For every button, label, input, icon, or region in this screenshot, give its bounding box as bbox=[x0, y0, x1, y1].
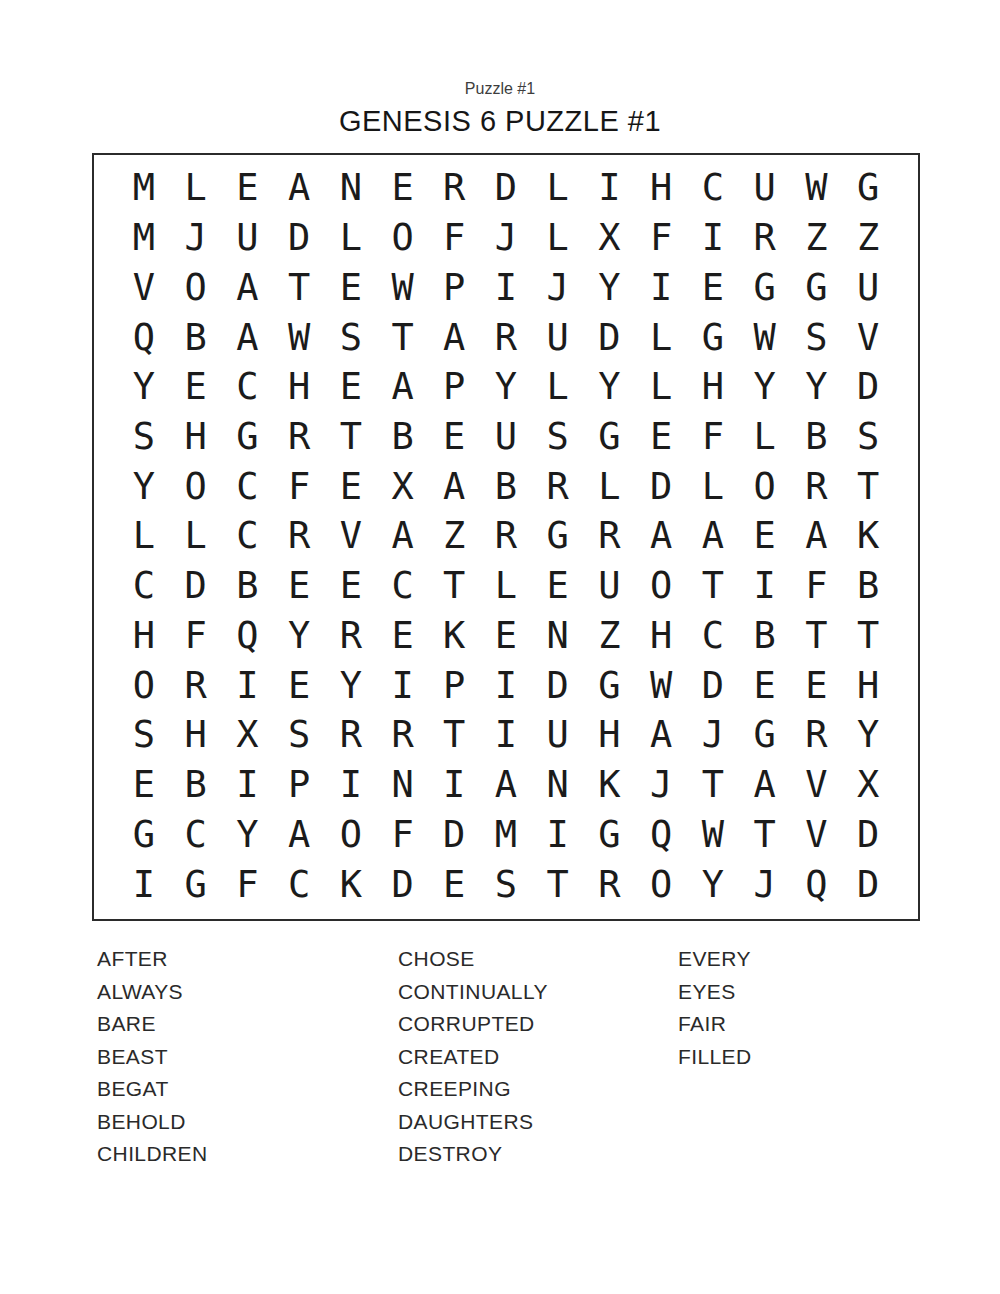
grid-cell: E bbox=[377, 611, 429, 661]
grid-cell: L bbox=[739, 412, 791, 462]
grid-cell: A bbox=[480, 760, 532, 810]
word-list-item: CORRUPTED bbox=[398, 1008, 678, 1041]
page-title: GENESIS 6 PUZZLE #1 bbox=[0, 105, 1000, 138]
grid-cell: K bbox=[428, 611, 480, 661]
grid-cell: R bbox=[791, 710, 843, 760]
grid-cell: V bbox=[791, 810, 843, 860]
grid-cell: Q bbox=[635, 810, 687, 860]
grid-cell: R bbox=[739, 213, 791, 263]
grid-cell: I bbox=[221, 660, 273, 710]
grid-cell: B bbox=[842, 561, 894, 611]
grid-cell: E bbox=[325, 561, 377, 611]
grid-cell: Y bbox=[273, 611, 325, 661]
grid-cell: Y bbox=[791, 362, 843, 412]
grid-cell: G bbox=[584, 660, 636, 710]
grid-cell: W bbox=[687, 810, 739, 860]
grid-cell: I bbox=[480, 710, 532, 760]
grid-cell: X bbox=[842, 760, 894, 810]
grid-cell: I bbox=[532, 810, 584, 860]
grid-cell: S bbox=[480, 859, 532, 909]
grid-cell: I bbox=[584, 163, 636, 213]
grid-cell: E bbox=[791, 660, 843, 710]
grid-cell: N bbox=[377, 760, 429, 810]
word-list-item: EVERY bbox=[678, 943, 752, 976]
grid-cell: W bbox=[791, 163, 843, 213]
grid-cell: I bbox=[377, 660, 429, 710]
grid-cell: O bbox=[635, 859, 687, 909]
grid-cell: L bbox=[532, 213, 584, 263]
grid-cell: C bbox=[273, 859, 325, 909]
grid-cell: C bbox=[687, 163, 739, 213]
grid-cell: N bbox=[325, 163, 377, 213]
grid-cell: D bbox=[635, 461, 687, 511]
grid-cell: L bbox=[325, 213, 377, 263]
grid-cell: R bbox=[480, 312, 532, 362]
grid-cell: R bbox=[377, 710, 429, 760]
grid-cell: T bbox=[687, 561, 739, 611]
grid-cell: Y bbox=[480, 362, 532, 412]
grid-cell: H bbox=[170, 710, 222, 760]
grid-cell: B bbox=[170, 312, 222, 362]
grid-cell: C bbox=[221, 362, 273, 412]
grid-cell: C bbox=[377, 561, 429, 611]
grid-cell: I bbox=[480, 660, 532, 710]
word-list-item: FAIR bbox=[678, 1008, 752, 1041]
grid-cell: B bbox=[480, 461, 532, 511]
grid-cell: G bbox=[170, 859, 222, 909]
grid-cell: U bbox=[532, 710, 584, 760]
grid-cell: R bbox=[584, 859, 636, 909]
grid-cell: R bbox=[791, 461, 843, 511]
grid-cell: F bbox=[273, 461, 325, 511]
grid-cell: O bbox=[739, 461, 791, 511]
grid-cell: M bbox=[118, 213, 170, 263]
grid-cell: X bbox=[377, 461, 429, 511]
grid-cell: Y bbox=[221, 810, 273, 860]
grid-cell: K bbox=[584, 760, 636, 810]
grid-cell: L bbox=[532, 362, 584, 412]
grid-cell: T bbox=[532, 859, 584, 909]
grid-cell: W bbox=[635, 660, 687, 710]
word-list-item: CHILDREN bbox=[97, 1138, 398, 1171]
grid-cell: A bbox=[428, 461, 480, 511]
grid-cell: N bbox=[532, 611, 584, 661]
grid-cell: R bbox=[428, 163, 480, 213]
grid-cell: G bbox=[687, 312, 739, 362]
grid-cell: B bbox=[377, 412, 429, 462]
grid-cell: U bbox=[532, 312, 584, 362]
grid-cell: P bbox=[428, 362, 480, 412]
grid-cell: E bbox=[377, 163, 429, 213]
grid-cell: O bbox=[635, 561, 687, 611]
grid-cell: P bbox=[428, 660, 480, 710]
grid-cell: Y bbox=[687, 859, 739, 909]
grid-cell: M bbox=[118, 163, 170, 213]
grid-cell: Q bbox=[118, 312, 170, 362]
grid-cell: E bbox=[325, 362, 377, 412]
grid-cell: B bbox=[739, 611, 791, 661]
grid-cell: A bbox=[687, 511, 739, 561]
grid-cell: R bbox=[584, 511, 636, 561]
word-list: AFTERALWAYSBAREBEASTBEGATBEHOLDCHILDRENC… bbox=[97, 943, 1000, 1171]
word-list-item: CONTINUALLY bbox=[398, 976, 678, 1009]
grid-cell: O bbox=[377, 213, 429, 263]
grid-cell: H bbox=[273, 362, 325, 412]
grid-cell: A bbox=[635, 710, 687, 760]
grid-cell: D bbox=[842, 859, 894, 909]
word-list-item: EYES bbox=[678, 976, 752, 1009]
grid-cell: O bbox=[325, 810, 377, 860]
grid-cell: T bbox=[687, 760, 739, 810]
grid-cell: G bbox=[842, 163, 894, 213]
grid-cell: Y bbox=[118, 461, 170, 511]
grid-cell: E bbox=[428, 412, 480, 462]
grid-cell: T bbox=[377, 312, 429, 362]
grid-cell: L bbox=[480, 561, 532, 611]
grid-cell: Q bbox=[221, 611, 273, 661]
grid-cell: R bbox=[480, 511, 532, 561]
grid-cell: P bbox=[428, 262, 480, 312]
grid-cell: D bbox=[170, 561, 222, 611]
grid-cell: L bbox=[170, 163, 222, 213]
grid-cell: F bbox=[687, 412, 739, 462]
grid-cell: B bbox=[221, 561, 273, 611]
grid-cell: H bbox=[635, 163, 687, 213]
grid-cell: I bbox=[118, 859, 170, 909]
grid-cell: I bbox=[480, 262, 532, 312]
grid-cell: Y bbox=[325, 660, 377, 710]
grid-cell: Y bbox=[739, 362, 791, 412]
grid-cell: H bbox=[842, 660, 894, 710]
grid-cell: B bbox=[791, 412, 843, 462]
grid-cell: N bbox=[532, 760, 584, 810]
grid-cell: A bbox=[273, 163, 325, 213]
grid-cell: J bbox=[635, 760, 687, 810]
grid-cell: G bbox=[221, 412, 273, 462]
grid-cell: T bbox=[428, 561, 480, 611]
grid-cell: J bbox=[170, 213, 222, 263]
grid-cell: Z bbox=[842, 213, 894, 263]
grid-cell: D bbox=[428, 810, 480, 860]
word-list-item: CHOSE bbox=[398, 943, 678, 976]
puzzle-page: Puzzle #1 GENESIS 6 PUZZLE #1 MLEANERDLI… bbox=[0, 0, 1000, 1171]
grid-cell: D bbox=[687, 660, 739, 710]
grid-cell: Y bbox=[584, 262, 636, 312]
grid-cell: M bbox=[480, 810, 532, 860]
grid-cell: D bbox=[377, 859, 429, 909]
word-list-item: FILLED bbox=[678, 1041, 752, 1074]
grid-cell: X bbox=[584, 213, 636, 263]
grid-cell: C bbox=[221, 511, 273, 561]
grid-cell: L bbox=[170, 511, 222, 561]
grid-cell: T bbox=[325, 412, 377, 462]
grid-cell: E bbox=[739, 660, 791, 710]
grid-cell: I bbox=[635, 262, 687, 312]
word-list-item: BEGAT bbox=[97, 1073, 398, 1106]
grid-cell: A bbox=[377, 362, 429, 412]
grid-cell: H bbox=[687, 362, 739, 412]
grid-cell: E bbox=[687, 262, 739, 312]
grid-cell: A bbox=[428, 312, 480, 362]
grid-cell: Y bbox=[584, 362, 636, 412]
grid-cell: Y bbox=[118, 362, 170, 412]
grid-cell: K bbox=[325, 859, 377, 909]
word-list-item: DAUGHTERS bbox=[398, 1106, 678, 1139]
grid-cell: D bbox=[480, 163, 532, 213]
grid-cell: L bbox=[635, 362, 687, 412]
grid-cell: U bbox=[842, 262, 894, 312]
grid-cell: C bbox=[170, 810, 222, 860]
grid-cell: A bbox=[273, 810, 325, 860]
grid-cell: P bbox=[273, 760, 325, 810]
grid-cell: A bbox=[377, 511, 429, 561]
grid-cell: U bbox=[221, 213, 273, 263]
grid-cell: S bbox=[842, 412, 894, 462]
grid-cell: I bbox=[739, 561, 791, 611]
grid-cell: D bbox=[842, 810, 894, 860]
grid-cell: H bbox=[170, 412, 222, 462]
grid-cell: F bbox=[170, 611, 222, 661]
grid-cell: Z bbox=[791, 213, 843, 263]
grid-cell: A bbox=[791, 511, 843, 561]
grid-cell: S bbox=[118, 710, 170, 760]
grid-cell: D bbox=[532, 660, 584, 710]
grid-cell: E bbox=[273, 561, 325, 611]
grid-cell: T bbox=[791, 611, 843, 661]
grid-cell: R bbox=[325, 611, 377, 661]
grid-cell: L bbox=[687, 461, 739, 511]
grid-cell: A bbox=[635, 511, 687, 561]
grid-cell: C bbox=[118, 561, 170, 611]
grid-cell: J bbox=[739, 859, 791, 909]
grid-cell: B bbox=[170, 760, 222, 810]
grid-cell: W bbox=[377, 262, 429, 312]
word-list-item: BARE bbox=[97, 1008, 398, 1041]
word-list-item: BEHOLD bbox=[97, 1106, 398, 1139]
grid-cell: J bbox=[532, 262, 584, 312]
grid-cell: S bbox=[532, 412, 584, 462]
grid-cell: F bbox=[791, 561, 843, 611]
grid-cell: E bbox=[635, 412, 687, 462]
grid-cell: G bbox=[739, 710, 791, 760]
grid-cell: H bbox=[584, 710, 636, 760]
word-list-column: EVERYEYESFAIRFILLED bbox=[678, 943, 752, 1171]
grid-cell: A bbox=[739, 760, 791, 810]
grid-cell: W bbox=[273, 312, 325, 362]
grid-cell: E bbox=[118, 760, 170, 810]
grid-cell: S bbox=[118, 412, 170, 462]
grid-cell: I bbox=[221, 760, 273, 810]
grid-cell: G bbox=[584, 412, 636, 462]
grid-cell: L bbox=[584, 461, 636, 511]
grid-cell: G bbox=[118, 810, 170, 860]
grid-cell: L bbox=[532, 163, 584, 213]
grid-cell: L bbox=[118, 511, 170, 561]
grid-cell: R bbox=[273, 511, 325, 561]
grid-cell: E bbox=[480, 611, 532, 661]
grid-cell: A bbox=[221, 312, 273, 362]
grid-cell: S bbox=[273, 710, 325, 760]
grid-cell: R bbox=[170, 660, 222, 710]
grid-cell: T bbox=[842, 461, 894, 511]
grid-cell: W bbox=[739, 312, 791, 362]
grid-cell: O bbox=[118, 660, 170, 710]
grid-cell: Z bbox=[428, 511, 480, 561]
grid-cell: G bbox=[739, 262, 791, 312]
grid-cell: E bbox=[532, 561, 584, 611]
grid-cell: E bbox=[221, 163, 273, 213]
grid-cell: G bbox=[532, 511, 584, 561]
word-search-grid: MLEANERDLIHCUWGMJUDLOFJLXFIRZZVOATEWPIJY… bbox=[92, 153, 920, 921]
word-list-item: ALWAYS bbox=[97, 976, 398, 1009]
grid-cell: L bbox=[635, 312, 687, 362]
grid-cell: D bbox=[273, 213, 325, 263]
grid-cell: R bbox=[532, 461, 584, 511]
grid-cell: Q bbox=[791, 859, 843, 909]
grid-cell: A bbox=[221, 262, 273, 312]
grid-cell: E bbox=[325, 461, 377, 511]
grid-cell: D bbox=[584, 312, 636, 362]
puzzle-number-label: Puzzle #1 bbox=[0, 0, 1000, 98]
grid-cell: C bbox=[687, 611, 739, 661]
grid-cell: J bbox=[687, 710, 739, 760]
grid-cell: F bbox=[221, 859, 273, 909]
grid-cell: K bbox=[842, 511, 894, 561]
grid-cell: H bbox=[118, 611, 170, 661]
grid-cell: O bbox=[170, 461, 222, 511]
grid-cell: Z bbox=[584, 611, 636, 661]
word-list-item: CREEPING bbox=[398, 1073, 678, 1106]
grid-cell: C bbox=[221, 461, 273, 511]
grid-cell: V bbox=[325, 511, 377, 561]
grid-cell: I bbox=[428, 760, 480, 810]
grid-cell: O bbox=[170, 262, 222, 312]
grid-cell: T bbox=[428, 710, 480, 760]
grid-cell: S bbox=[325, 312, 377, 362]
word-list-column: AFTERALWAYSBAREBEASTBEGATBEHOLDCHILDREN bbox=[97, 943, 398, 1171]
grid-cell: V bbox=[842, 312, 894, 362]
grid-cell: T bbox=[739, 810, 791, 860]
grid-cell: R bbox=[325, 710, 377, 760]
grid-cell: U bbox=[739, 163, 791, 213]
grid-cell: S bbox=[791, 312, 843, 362]
grid-cell: U bbox=[480, 412, 532, 462]
grid-cell: J bbox=[480, 213, 532, 263]
grid-cell: V bbox=[118, 262, 170, 312]
grid-cell: E bbox=[273, 660, 325, 710]
grid-cell: R bbox=[273, 412, 325, 462]
grid-cell: E bbox=[170, 362, 222, 412]
word-list-item: BEAST bbox=[97, 1041, 398, 1074]
grid-cell: D bbox=[842, 362, 894, 412]
grid-cell: I bbox=[687, 213, 739, 263]
grid-cell: V bbox=[791, 760, 843, 810]
grid-cell: E bbox=[739, 511, 791, 561]
grid-cell: E bbox=[428, 859, 480, 909]
grid-cell: F bbox=[377, 810, 429, 860]
grid-cell: G bbox=[791, 262, 843, 312]
grid-cell: T bbox=[273, 262, 325, 312]
grid-cell: I bbox=[325, 760, 377, 810]
grid-cell: G bbox=[584, 810, 636, 860]
grid-cell: U bbox=[584, 561, 636, 611]
grid-cell: T bbox=[842, 611, 894, 661]
grid-cell: X bbox=[221, 710, 273, 760]
grid-cell: Y bbox=[842, 710, 894, 760]
word-list-item: CREATED bbox=[398, 1041, 678, 1074]
word-list-column: CHOSECONTINUALLYCORRUPTEDCREATEDCREEPING… bbox=[398, 943, 678, 1171]
grid-cell: F bbox=[428, 213, 480, 263]
grid-cell: H bbox=[635, 611, 687, 661]
word-list-item: DESTROY bbox=[398, 1138, 678, 1171]
grid-cell: F bbox=[635, 213, 687, 263]
grid-cell: E bbox=[325, 262, 377, 312]
word-list-item: AFTER bbox=[97, 943, 398, 976]
